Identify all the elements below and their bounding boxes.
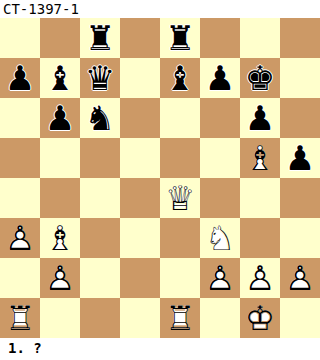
black-pawn: ♟: [240, 98, 280, 138]
square-g5[interactable]: ♝♗: [240, 138, 280, 178]
white-queen: ♛: [160, 178, 200, 218]
square-e2[interactable]: [160, 258, 200, 298]
chess-board: ♜♜♟♝♛♝♟♚♟♞♟♝♗♟♛♕♟♙♝♗♞♘♟♙♟♙♟♙♟♙♜♖♜♖♚♔: [0, 18, 320, 338]
square-a2[interactable]: [0, 258, 40, 298]
square-c1[interactable]: [80, 298, 120, 338]
white-knight: ♞: [200, 218, 240, 258]
white-knight-outline: ♘: [200, 218, 240, 258]
square-g4[interactable]: [240, 178, 280, 218]
white-pawn-outline: ♙: [280, 258, 320, 298]
square-d2[interactable]: [120, 258, 160, 298]
black-pawn: ♟: [40, 98, 80, 138]
square-a5[interactable]: [0, 138, 40, 178]
white-pawn: ♟: [0, 218, 40, 258]
chess-puzzle-page: CT-1397-1 ♜♜♟♝♛♝♟♚♟♞♟♝♗♟♛♕♟♙♝♗♞♘♟♙♟♙♟♙♟♙…: [0, 0, 320, 360]
square-d6[interactable]: [120, 98, 160, 138]
square-g8[interactable]: [240, 18, 280, 58]
square-c2[interactable]: [80, 258, 120, 298]
square-a8[interactable]: [0, 18, 40, 58]
square-d4[interactable]: [120, 178, 160, 218]
square-d3[interactable]: [120, 218, 160, 258]
black-rook: ♜: [80, 18, 120, 58]
square-h3[interactable]: [280, 218, 320, 258]
square-c4[interactable]: [80, 178, 120, 218]
square-g6[interactable]: ♟: [240, 98, 280, 138]
square-c8[interactable]: ♜: [80, 18, 120, 58]
white-pawn: ♟: [40, 258, 80, 298]
square-g3[interactable]: [240, 218, 280, 258]
square-g1[interactable]: ♚♔: [240, 298, 280, 338]
white-pawn: ♟: [280, 258, 320, 298]
square-h6[interactable]: [280, 98, 320, 138]
square-h1[interactable]: [280, 298, 320, 338]
black-king: ♚: [240, 58, 280, 98]
square-a7[interactable]: ♟: [0, 58, 40, 98]
white-king: ♚: [240, 298, 280, 338]
square-b2[interactable]: ♟♙: [40, 258, 80, 298]
square-g2[interactable]: ♟♙: [240, 258, 280, 298]
white-rook: ♜: [160, 298, 200, 338]
square-g7[interactable]: ♚: [240, 58, 280, 98]
square-d5[interactable]: [120, 138, 160, 178]
white-bishop-outline: ♗: [240, 138, 280, 178]
black-pawn: ♟: [280, 138, 320, 178]
white-bishop: ♝: [40, 218, 80, 258]
black-bishop: ♝: [160, 58, 200, 98]
white-pawn-outline: ♙: [240, 258, 280, 298]
square-b4[interactable]: [40, 178, 80, 218]
square-d8[interactable]: [120, 18, 160, 58]
white-rook: ♜: [0, 298, 40, 338]
square-h4[interactable]: [280, 178, 320, 218]
black-queen: ♛: [80, 58, 120, 98]
white-king-outline: ♔: [240, 298, 280, 338]
puzzle-title: CT-1397-1: [0, 0, 320, 18]
square-f1[interactable]: [200, 298, 240, 338]
white-pawn-outline: ♙: [200, 258, 240, 298]
square-c6[interactable]: ♞: [80, 98, 120, 138]
square-e7[interactable]: ♝: [160, 58, 200, 98]
black-bishop: ♝: [40, 58, 80, 98]
square-e1[interactable]: ♜♖: [160, 298, 200, 338]
white-pawn-outline: ♙: [40, 258, 80, 298]
square-f5[interactable]: [200, 138, 240, 178]
square-b3[interactable]: ♝♗: [40, 218, 80, 258]
square-e3[interactable]: [160, 218, 200, 258]
white-pawn: ♟: [240, 258, 280, 298]
square-h7[interactable]: [280, 58, 320, 98]
square-c7[interactable]: ♛: [80, 58, 120, 98]
square-b1[interactable]: [40, 298, 80, 338]
square-e5[interactable]: [160, 138, 200, 178]
white-rook-outline: ♖: [0, 298, 40, 338]
white-rook-outline: ♖: [160, 298, 200, 338]
square-e8[interactable]: ♜: [160, 18, 200, 58]
square-e4[interactable]: ♛♕: [160, 178, 200, 218]
black-pawn: ♟: [0, 58, 40, 98]
square-h2[interactable]: ♟♙: [280, 258, 320, 298]
white-queen-outline: ♕: [160, 178, 200, 218]
move-prompt: 1. ?: [0, 338, 320, 360]
square-d1[interactable]: [120, 298, 160, 338]
square-f7[interactable]: ♟: [200, 58, 240, 98]
square-c3[interactable]: [80, 218, 120, 258]
square-f6[interactable]: [200, 98, 240, 138]
square-f3[interactable]: ♞♘: [200, 218, 240, 258]
square-h8[interactable]: [280, 18, 320, 58]
square-e6[interactable]: [160, 98, 200, 138]
square-f4[interactable]: [200, 178, 240, 218]
black-pawn: ♟: [200, 58, 240, 98]
square-b6[interactable]: ♟: [40, 98, 80, 138]
square-b8[interactable]: [40, 18, 80, 58]
white-pawn: ♟: [200, 258, 240, 298]
white-bishop-outline: ♗: [40, 218, 80, 258]
square-a4[interactable]: [0, 178, 40, 218]
square-f8[interactable]: [200, 18, 240, 58]
square-f2[interactable]: ♟♙: [200, 258, 240, 298]
black-knight: ♞: [80, 98, 120, 138]
square-c5[interactable]: [80, 138, 120, 178]
square-h5[interactable]: ♟: [280, 138, 320, 178]
square-a3[interactable]: ♟♙: [0, 218, 40, 258]
white-bishop: ♝: [240, 138, 280, 178]
black-rook: ♜: [160, 18, 200, 58]
square-a6[interactable]: [0, 98, 40, 138]
square-a1[interactable]: ♜♖: [0, 298, 40, 338]
white-pawn-outline: ♙: [0, 218, 40, 258]
square-d7[interactable]: [120, 58, 160, 98]
square-b7[interactable]: ♝: [40, 58, 80, 98]
square-b5[interactable]: [40, 138, 80, 178]
